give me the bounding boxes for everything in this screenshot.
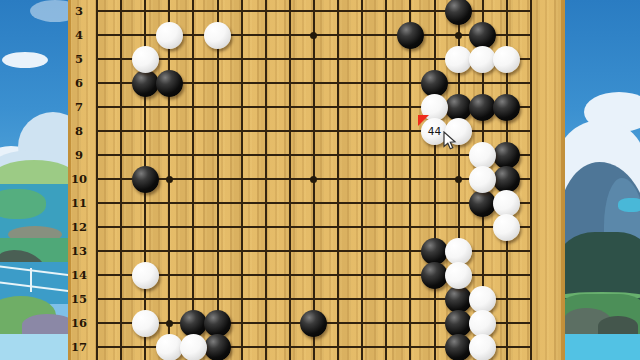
white-stone	[469, 142, 496, 169]
black-stone	[445, 94, 472, 121]
row-label: 13	[68, 244, 90, 258]
star-point	[310, 32, 317, 39]
grid-vertical-line	[361, 0, 363, 360]
black-stone	[469, 94, 496, 121]
shallow-water	[0, 334, 68, 360]
star-point	[310, 176, 317, 183]
board-right-edge	[561, 0, 565, 360]
rock	[598, 316, 638, 336]
video-frame: 3456789101112131415161744	[0, 0, 640, 360]
black-stone	[445, 0, 472, 25]
row-label: 7	[68, 100, 90, 114]
mouse-cursor	[443, 131, 457, 150]
grid-vertical-line	[120, 0, 122, 360]
black-stone	[421, 262, 448, 289]
grid-horizontal-line	[96, 226, 532, 228]
white-stone	[469, 46, 496, 73]
white-stone	[469, 334, 496, 360]
white-stone	[156, 334, 183, 360]
black-stone	[493, 166, 520, 193]
row-label: 6	[68, 76, 90, 90]
grid-vertical-line	[217, 0, 219, 360]
row-label: 8	[68, 124, 90, 138]
black-stone	[397, 22, 424, 49]
grid-vertical-line	[385, 0, 387, 360]
white-stone	[469, 310, 496, 337]
island	[0, 189, 46, 219]
black-stone	[421, 70, 448, 97]
black-stone	[204, 334, 231, 360]
black-stone	[445, 286, 472, 313]
black-stone	[469, 190, 496, 217]
white-stone	[180, 334, 207, 360]
white-stone	[493, 214, 520, 241]
white-stone	[156, 22, 183, 49]
grid-vertical-line	[96, 0, 98, 360]
grid-vertical-line	[337, 0, 339, 360]
black-stone	[421, 238, 448, 265]
grid-vertical-line	[289, 0, 291, 360]
background-scenery-left	[0, 0, 68, 360]
black-stone	[180, 310, 207, 337]
white-stone	[204, 22, 231, 49]
black-stone	[204, 310, 231, 337]
white-stone	[445, 46, 472, 73]
go-board[interactable]: 3456789101112131415161744	[68, 0, 565, 360]
grid-horizontal-line	[96, 202, 532, 204]
background-scenery-right	[564, 0, 640, 360]
grid-horizontal-line	[96, 154, 532, 156]
black-stone	[300, 310, 327, 337]
black-stone	[156, 70, 183, 97]
row-label: 11	[68, 196, 90, 210]
white-stone	[469, 286, 496, 313]
grid-vertical-line	[265, 0, 267, 360]
row-label: 5	[68, 52, 90, 66]
water	[564, 334, 640, 360]
black-stone	[445, 310, 472, 337]
grid-vertical-line	[241, 0, 243, 360]
row-label: 16	[68, 316, 90, 330]
star-point	[166, 320, 173, 327]
row-label: 9	[68, 148, 90, 162]
white-stone	[469, 166, 496, 193]
row-label: 3	[68, 4, 90, 18]
grid-vertical-line	[434, 0, 436, 360]
grid-vertical-line	[409, 0, 411, 360]
row-label: 10	[68, 172, 90, 186]
star-point	[166, 176, 173, 183]
row-label: 17	[68, 340, 90, 354]
white-stone	[493, 190, 520, 217]
white-stone	[132, 262, 159, 289]
black-stone	[445, 334, 472, 360]
cloud	[2, 52, 48, 68]
white-stone	[445, 238, 472, 265]
row-label: 15	[68, 292, 90, 306]
row-label: 14	[68, 268, 90, 282]
white-stone	[445, 262, 472, 289]
grid-vertical-line	[530, 0, 532, 360]
row-label: 12	[68, 220, 90, 234]
white-stone	[493, 46, 520, 73]
row-label: 4	[68, 28, 90, 42]
grid-vertical-line	[192, 0, 194, 360]
bridge-post	[30, 268, 32, 292]
black-stone	[132, 166, 159, 193]
star-point	[455, 32, 462, 39]
black-stone	[132, 70, 159, 97]
black-stone	[493, 94, 520, 121]
black-stone	[469, 22, 496, 49]
white-stone	[132, 46, 159, 73]
distant-water	[618, 198, 640, 212]
black-stone	[493, 142, 520, 169]
star-point	[455, 176, 462, 183]
white-stone	[132, 310, 159, 337]
